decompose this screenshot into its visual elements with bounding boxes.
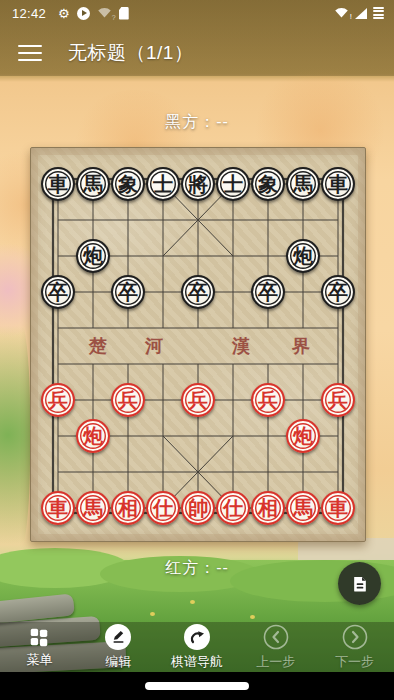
piece-red-兵[interactable]: 兵 — [111, 383, 145, 417]
piece-black-車[interactable]: 車 — [321, 167, 355, 201]
piece-red-馬[interactable]: 馬 — [286, 491, 320, 525]
nav-label: 棋谱导航 — [171, 653, 223, 671]
pencil-edit-icon — [111, 629, 126, 644]
nav-record-navigation-button[interactable]: 棋谱导航 — [158, 622, 237, 672]
app-screen: 12:42 ⚙ ? ! 无标题（1/1） 黑方：-- 红方：-- — [0, 0, 394, 700]
piece-red-兵[interactable]: 兵 — [251, 383, 285, 417]
piece-red-兵[interactable]: 兵 — [181, 383, 215, 417]
nav-label: 下一步 — [335, 653, 374, 671]
wifi-alert-icon: ! — [334, 6, 349, 21]
app-bar: 无标题（1/1） — [0, 32, 394, 74]
piece-black-將[interactable]: 將 — [181, 167, 215, 201]
game-record-fab[interactable] — [338, 562, 381, 605]
piece-red-仕[interactable]: 仕 — [146, 491, 180, 525]
river-char: 楚 — [89, 334, 107, 358]
clock-time: 12:42 — [12, 6, 46, 21]
nav-label: 编辑 — [105, 653, 131, 671]
bottom-nav-bar: 菜单 编辑 棋谱导航 上 — [0, 622, 394, 672]
sd-card-icon — [119, 7, 129, 20]
flower-dot — [150, 612, 155, 616]
piece-black-炮[interactable]: 炮 — [286, 239, 320, 273]
piece-black-車[interactable]: 車 — [41, 167, 75, 201]
piece-red-相[interactable]: 相 — [111, 491, 145, 525]
piece-red-炮[interactable]: 炮 — [76, 419, 110, 453]
piece-black-士[interactable]: 士 — [216, 167, 250, 201]
piece-black-卒[interactable]: 卒 — [41, 275, 75, 309]
page-title: 无标题（1/1） — [68, 40, 193, 66]
chevron-left-circle-icon — [263, 624, 289, 650]
dashboard-icon — [28, 626, 50, 648]
board-grid — [31, 148, 365, 541]
flower-dot — [190, 600, 195, 604]
battery-lines-icon — [373, 6, 384, 21]
play-circle-icon — [77, 7, 90, 20]
xiangqi-board[interactable]: 楚 河 漢 界 車馬象士將士象馬車炮炮卒卒卒卒卒兵兵兵兵兵炮炮車馬相仕帥仕相馬車 — [30, 147, 366, 542]
wifi-question-icon: ? — [97, 6, 112, 21]
piece-red-車[interactable]: 車 — [41, 491, 75, 525]
nav-label: 上一步 — [256, 653, 295, 671]
cellular-signal-icon — [355, 8, 367, 19]
river-char: 河 — [145, 334, 163, 358]
nav-menu-button[interactable]: 菜单 — [0, 622, 79, 672]
red-player-label: 红方：-- — [0, 558, 394, 579]
nav-previous-step-button[interactable]: 上一步 — [236, 622, 315, 672]
nav-next-step-button[interactable]: 下一步 — [315, 622, 394, 672]
piece-black-卒[interactable]: 卒 — [251, 275, 285, 309]
foliage-decoration — [0, 300, 30, 570]
gesture-bar-area — [0, 672, 394, 700]
nav-edit-button[interactable]: 编辑 — [79, 622, 158, 672]
status-bar: 12:42 ⚙ ? ! — [0, 3, 394, 23]
piece-red-兵[interactable]: 兵 — [321, 383, 355, 417]
chevron-right-circle-icon — [342, 624, 368, 650]
piece-red-炮[interactable]: 炮 — [286, 419, 320, 453]
piece-red-車[interactable]: 車 — [321, 491, 355, 525]
piece-black-卒[interactable]: 卒 — [181, 275, 215, 309]
piece-red-帥[interactable]: 帥 — [181, 491, 215, 525]
piece-red-馬[interactable]: 馬 — [76, 491, 110, 525]
black-player-label: 黑方：-- — [0, 112, 394, 133]
settings-icon: ⚙ — [58, 7, 70, 20]
piece-red-兵[interactable]: 兵 — [41, 383, 75, 417]
piece-black-馬[interactable]: 馬 — [286, 167, 320, 201]
piece-black-象[interactable]: 象 — [251, 167, 285, 201]
piece-black-卒[interactable]: 卒 — [321, 275, 355, 309]
flower-dot — [250, 615, 255, 619]
piece-red-仕[interactable]: 仕 — [216, 491, 250, 525]
piece-black-炮[interactable]: 炮 — [76, 239, 110, 273]
piece-black-象[interactable]: 象 — [111, 167, 145, 201]
piece-black-卒[interactable]: 卒 — [111, 275, 145, 309]
river-char: 漢 — [232, 334, 250, 358]
redo-arrow-icon — [189, 629, 205, 645]
record-file-icon — [350, 574, 370, 594]
river-char: 界 — [292, 334, 310, 358]
home-gesture-pill[interactable] — [145, 682, 249, 690]
piece-black-馬[interactable]: 馬 — [76, 167, 110, 201]
piece-red-相[interactable]: 相 — [251, 491, 285, 525]
nav-label: 菜单 — [26, 651, 52, 669]
hamburger-menu-icon[interactable] — [18, 40, 42, 66]
piece-black-士[interactable]: 士 — [146, 167, 180, 201]
